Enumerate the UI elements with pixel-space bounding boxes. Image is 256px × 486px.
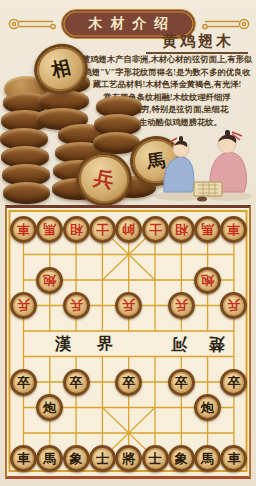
piece-character: 兵 (227, 299, 240, 312)
xiangqi-piece-red[interactable]: 兵 (168, 292, 195, 319)
xiangqi-piece-red[interactable]: 炮 (36, 267, 63, 294)
piece-character: 炮 (43, 274, 56, 287)
xiangqi-piece-red[interactable]: 馬 (36, 216, 63, 243)
piece-character: 車 (227, 452, 240, 465)
piece-character: 象 (70, 452, 83, 465)
piece-character: 兵 (175, 299, 188, 312)
piece-character: 馬 (201, 223, 214, 236)
players-illustration (150, 122, 256, 204)
photo-piece-xiang-char: 相 (49, 54, 74, 84)
river-label-chuhe: 楚河 (149, 334, 225, 354)
piece-character: 兵 (122, 299, 135, 312)
piece-character: 相 (175, 223, 188, 236)
piece-character: 兵 (70, 299, 83, 312)
piece-character: 馬 (43, 223, 56, 236)
xiangqi-piece-black[interactable]: 卒 (63, 369, 90, 396)
product-page: 木材介绍 黄鸡翅木 黄鸡翅木产自非洲,木材心材的弦切面上,有形似 鸡翅"V"字形… (0, 0, 256, 486)
piece-character: 士 (149, 223, 162, 236)
piece-character: 馬 (43, 452, 56, 465)
xiangqi-piece-red[interactable]: 帥 (115, 216, 142, 243)
xiangqi-piece-black[interactable]: 卒 (10, 369, 37, 396)
xiangqi-piece-red[interactable]: 相 (168, 216, 195, 243)
xiangqi-piece-red[interactable]: 士 (89, 216, 116, 243)
wood-name-subtitle: 黄鸡翅木 (148, 32, 248, 51)
piece-character: 士 (96, 223, 109, 236)
xiangqi-piece-red[interactable]: 兵 (63, 292, 90, 319)
piece-character: 卒 (122, 376, 135, 389)
xiangqi-piece-black[interactable]: 將 (115, 445, 142, 472)
xiangqi-piece-black[interactable]: 車 (10, 445, 37, 472)
piece-character: 馬 (201, 452, 214, 465)
xiangqi-piece-red[interactable]: 士 (142, 216, 169, 243)
xiangqi-piece-red[interactable]: 兵 (115, 292, 142, 319)
piece-character: 卒 (17, 376, 30, 389)
xiangqi-piece-red[interactable]: 相 (63, 216, 90, 243)
piece-character: 相 (70, 223, 83, 236)
piece-character: 象 (175, 452, 188, 465)
xiangqi-piece-black[interactable]: 卒 (115, 369, 142, 396)
xiangqi-board[interactable]: 漢界 楚河 車馬相士帥士相馬車炮炮兵兵兵兵兵卒卒卒卒卒炮炮車馬象士將士象馬車 (5, 205, 251, 479)
xiangqi-piece-red[interactable]: 馬 (194, 216, 221, 243)
photo-piece-bing-char: 兵 (91, 164, 116, 195)
piece-character: 士 (96, 452, 109, 465)
xiangqi-piece-black[interactable]: 士 (142, 445, 169, 472)
xiangqi-piece-black[interactable]: 馬 (194, 445, 221, 472)
scroll-ornament-left (6, 16, 58, 32)
xiangqi-piece-black[interactable]: 卒 (168, 369, 195, 396)
piece-character: 炮 (43, 401, 56, 414)
piece-character: 卒 (175, 376, 188, 389)
piece-character: 士 (149, 452, 162, 465)
xiangqi-piece-black[interactable]: 象 (168, 445, 195, 472)
piece-character: 將 (122, 452, 135, 465)
xiangqi-piece-black[interactable]: 象 (63, 445, 90, 472)
xiangqi-piece-red[interactable]: 炮 (194, 267, 221, 294)
piece-character: 炮 (201, 274, 214, 287)
xiangqi-piece-black[interactable]: 士 (89, 445, 116, 472)
piece-character: 卒 (70, 376, 83, 389)
river-label-hanjie: 漢界 (55, 334, 139, 354)
xiangqi-piece-red[interactable]: 車 (220, 216, 247, 243)
section-title: 木材介绍 (81, 15, 177, 33)
piece-character: 車 (227, 223, 240, 236)
piece-character: 炮 (201, 401, 214, 414)
xiangqi-piece-black[interactable]: 炮 (194, 394, 221, 421)
description-line: 藏工艺品材料!木材色泽金黄褐色,有光泽! (78, 79, 256, 92)
piece-character: 車 (17, 223, 30, 236)
xiangqi-piece-red[interactable]: 兵 (10, 292, 37, 319)
piece-character: 車 (17, 452, 30, 465)
piece-character: 卒 (227, 376, 240, 389)
description-line: 鸡翅"V"字形花纹而得名!是为数不多的优良收 (78, 67, 256, 80)
piece-character: 帥 (122, 223, 135, 236)
wood-piece-side (3, 182, 50, 204)
description-line: 黄鸡翅木产自非洲,木材心材的弦切面上,有形似 (78, 54, 256, 67)
scroll-ornament-right (200, 16, 252, 32)
xiangqi-piece-black[interactable]: 卒 (220, 369, 247, 396)
piece-character: 兵 (17, 299, 30, 312)
xiangqi-piece-red[interactable]: 車 (10, 216, 37, 243)
